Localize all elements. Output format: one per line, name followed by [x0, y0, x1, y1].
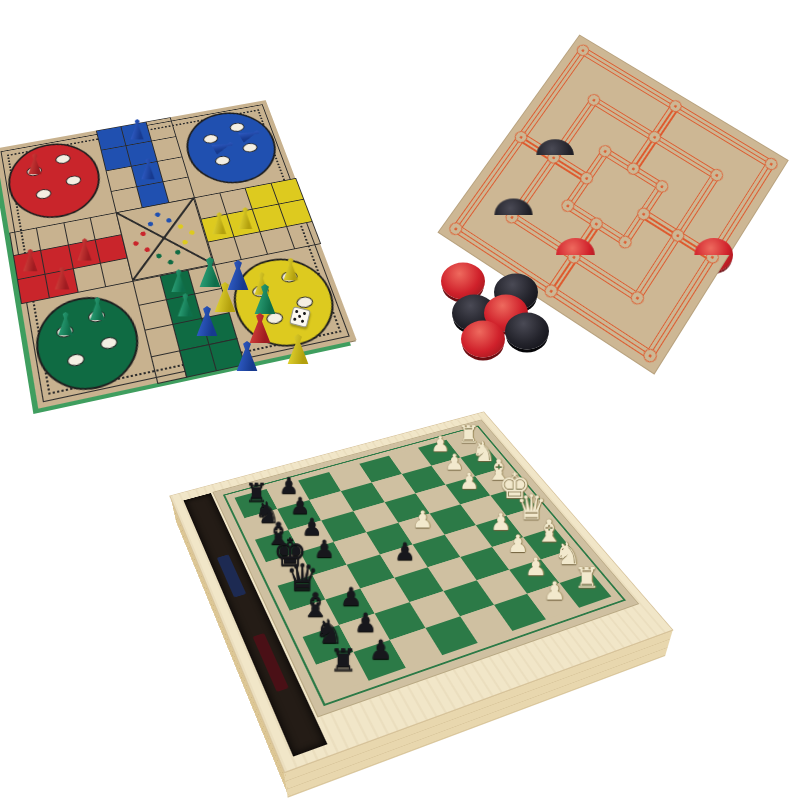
checker-piece-red — [461, 321, 505, 358]
ludo-home-hole — [35, 188, 52, 200]
chess-piece-white-pawn: ♟ — [412, 509, 433, 530]
ludo-scene — [0, 100, 357, 409]
ludo-pawn-yellow — [283, 258, 298, 281]
morris-scene — [439, 36, 788, 374]
checker-piece-red — [484, 295, 528, 332]
ludo-pawn-green — [171, 269, 187, 292]
ludo-pawn-blue — [130, 119, 144, 139]
ludo-pawn-yellow — [254, 272, 270, 295]
chess-scene: ♜♟♟♜♞♟♟♞♝♟♟♝♚♟♟♚♛♟♟♛♝♟♟♝♞♟♟♞♜♟♟♜ — [169, 412, 673, 774]
chess-box: ♜♟♟♜♞♟♟♞♝♟♟♝♚♟♟♚♛♟♟♛♝♟♟♝♞♟♟♞♜♟♟♜ — [169, 412, 673, 774]
ludo-pawn-red — [27, 154, 41, 175]
ludo-home-hole — [65, 175, 82, 187]
checker-piece-black — [452, 295, 496, 332]
morris-board — [439, 36, 788, 374]
ludo-pawn-yellow — [238, 207, 253, 229]
ludo-pawn-yellow — [211, 212, 226, 234]
chess-piece-black-pawn: ♟ — [340, 585, 363, 608]
chess-piece-black-pawn: ♟ — [354, 611, 377, 635]
chess-piece-white-pawn: ♟ — [525, 556, 547, 579]
ludo-pawn-green — [89, 297, 105, 320]
ludo-pawn-green — [177, 293, 193, 316]
ludo-pawn-green — [57, 312, 73, 335]
chess-piece-white-pawn: ♟ — [543, 580, 566, 603]
chess-piece-white-pawn: ♟ — [459, 471, 479, 491]
chess-piece-black-pawn: ♟ — [394, 540, 416, 562]
ludo-pawn-red — [77, 238, 92, 260]
ludo-pawn-red — [22, 249, 37, 272]
chess-piece-black-rook: ♜ — [330, 647, 357, 675]
ludo-home-hole — [54, 153, 71, 165]
chess-piece-white-pawn: ♟ — [507, 533, 528, 555]
ludo-pawn-red — [54, 267, 70, 290]
checker-piece-red — [441, 263, 485, 300]
ludo-pawn-blue — [141, 159, 155, 180]
ludo-home-hole — [241, 142, 259, 153]
chess-grid: ♜♟♟♜♞♟♟♞♝♟♟♝♚♟♟♚♛♟♟♛♝♟♟♝♞♟♟♞♜♟♟♜ — [235, 432, 612, 694]
chess-piece-white-rook: ♜ — [574, 566, 599, 592]
product-photo: ♜♟♟♜♞♟♟♞♝♟♟♝♚♟♟♚♛♟♟♛♝♟♟♝♞♟♟♞♜♟♟♜ — [0, 0, 800, 800]
stored-piece-hint — [217, 554, 246, 597]
chess-piece-black-pawn: ♟ — [369, 638, 393, 663]
checker-piece-black — [505, 313, 549, 350]
ludo-board — [0, 100, 357, 409]
